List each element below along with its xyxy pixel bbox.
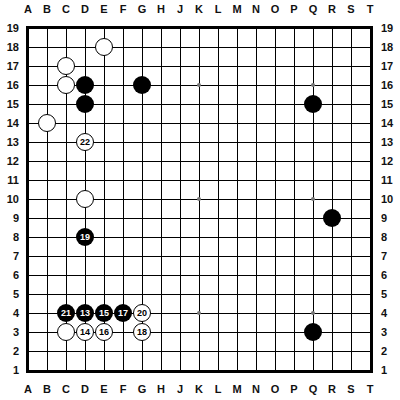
col-label-bottom-L: L [215,384,222,395]
stone-number: 13 [80,309,90,318]
col-label-top-T: T [367,4,374,15]
stone-R9[interactable] [323,209,341,227]
col-label-bottom-G: G [138,384,147,395]
row-label-right-3: 3 [381,327,387,338]
col-label-top-E: E [100,4,107,15]
col-label-bottom-B: B [43,384,51,395]
col-label-top-G: G [138,4,147,15]
stone-E18[interactable] [95,38,113,56]
col-label-bottom-O: O [271,384,280,395]
stone-number: 21 [61,309,71,318]
col-label-top-R: R [328,4,336,15]
row-label-left-18: 18 [7,42,19,53]
row-label-right-19: 19 [381,23,393,34]
row-label-right-14: 14 [381,118,393,129]
col-label-top-N: N [252,4,260,15]
col-label-bottom-Q: Q [309,384,318,395]
row-label-right-7: 7 [381,251,387,262]
col-label-top-B: B [43,4,51,15]
row-label-right-16: 16 [381,80,393,91]
row-label-right-4: 4 [381,308,387,319]
row-label-right-11: 11 [381,175,393,186]
stone-D15[interactable] [76,95,94,113]
stone-D4[interactable]: 13 [76,304,94,322]
col-label-bottom-S: S [347,384,354,395]
row-label-left-12: 12 [7,156,19,167]
stone-D13[interactable]: 22 [76,133,94,151]
col-label-bottom-M: M [232,384,241,395]
col-label-top-S: S [347,4,354,15]
stone-C16[interactable] [57,76,75,94]
stone-Q3[interactable] [304,323,322,341]
col-label-bottom-R: R [328,384,336,395]
row-label-right-9: 9 [381,213,387,224]
row-label-left-11: 11 [7,175,19,186]
go-board[interactable]: AABBCCDDEEFFGGHHJJKKLLMMNNOOPPQQRRSSTT19… [0,0,400,400]
stone-D3[interactable]: 14 [76,323,94,341]
col-label-bottom-P: P [290,384,297,395]
row-label-left-10: 10 [7,194,19,205]
col-label-bottom-K: K [195,384,203,395]
stone-G3[interactable]: 18 [133,323,151,341]
stone-number: 17 [118,309,128,318]
stone-F4[interactable]: 17 [114,304,132,322]
col-label-top-H: H [157,4,165,15]
stone-C17[interactable] [57,57,75,75]
col-label-top-K: K [195,4,203,15]
stone-number: 16 [99,328,109,337]
stone-E3[interactable]: 16 [95,323,113,341]
stone-D16[interactable] [76,76,94,94]
stone-number: 15 [99,309,109,318]
row-label-left-19: 19 [7,23,19,34]
row-label-right-1: 1 [381,365,387,376]
col-label-top-L: L [215,4,222,15]
col-label-top-Q: Q [309,4,318,15]
col-label-top-C: C [62,4,70,15]
row-label-left-13: 13 [7,137,19,148]
row-label-left-17: 17 [7,61,19,72]
col-label-bottom-J: J [177,384,183,395]
row-label-right-13: 13 [381,137,393,148]
col-label-bottom-D: D [81,384,89,395]
row-label-left-16: 16 [7,80,19,91]
col-label-bottom-A: A [24,384,32,395]
row-label-right-15: 15 [381,99,393,110]
col-label-bottom-T: T [367,384,374,395]
col-label-top-J: J [177,4,183,15]
col-label-bottom-C: C [62,384,70,395]
row-label-right-6: 6 [381,270,387,281]
col-label-top-A: A [24,4,32,15]
row-label-right-12: 12 [381,156,393,167]
row-label-right-10: 10 [381,194,393,205]
col-label-bottom-H: H [157,384,165,395]
row-label-left-14: 14 [7,118,19,129]
stone-number: 22 [80,138,90,147]
stone-B14[interactable] [38,114,56,132]
stone-number: 18 [137,328,147,337]
stones-layer[interactable]: 22192113151720141618 [19,19,380,380]
stone-Q15[interactable] [304,95,322,113]
row-label-right-8: 8 [381,232,387,243]
col-label-bottom-E: E [100,384,107,395]
row-label-left-15: 15 [7,99,19,110]
row-label-right-17: 17 [381,61,393,72]
stone-number: 14 [80,328,90,337]
stone-number: 19 [80,233,90,242]
row-label-right-5: 5 [381,289,387,300]
stone-number: 20 [137,309,147,318]
stone-E4[interactable]: 15 [95,304,113,322]
col-label-top-P: P [290,4,297,15]
row-label-right-18: 18 [381,42,393,53]
stone-D10[interactable] [76,190,94,208]
col-label-top-D: D [81,4,89,15]
stone-G16[interactable] [133,76,151,94]
col-label-bottom-F: F [120,384,127,395]
stone-G4[interactable]: 20 [133,304,151,322]
col-label-top-M: M [232,4,241,15]
row-label-right-2: 2 [381,346,387,357]
stone-D8[interactable]: 19 [76,228,94,246]
col-label-bottom-N: N [252,384,260,395]
stone-C3[interactable] [57,323,75,341]
col-label-top-F: F [120,4,127,15]
stone-C4[interactable]: 21 [57,304,75,322]
col-label-top-O: O [271,4,280,15]
